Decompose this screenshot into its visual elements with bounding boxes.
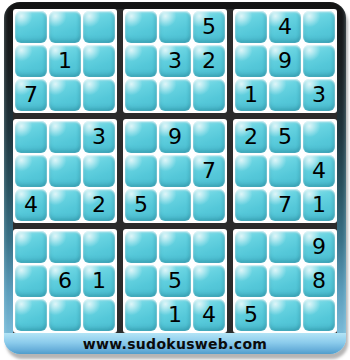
sudoku-cell[interactable] (49, 121, 81, 153)
sudoku-cell[interactable] (269, 155, 301, 187)
sudoku-box: 4913 (233, 9, 337, 113)
sudoku-cell[interactable] (125, 121, 157, 153)
sudoku-cell[interactable] (125, 265, 157, 297)
sudoku-cell[interactable]: 7 (269, 189, 301, 221)
sudoku-cell[interactable]: 3 (159, 45, 191, 77)
footer-bar: www.sudokusweb.com (4, 333, 346, 354)
sudoku-cell[interactable] (15, 155, 47, 187)
sudoku-cell[interactable]: 9 (159, 121, 191, 153)
sudoku-cell[interactable] (49, 189, 81, 221)
sudoku-cell[interactable]: 1 (83, 265, 115, 297)
sudoku-cell[interactable] (193, 79, 225, 111)
sudoku-cell[interactable] (15, 299, 47, 331)
sudoku-cell[interactable] (269, 79, 301, 111)
sudoku-cell[interactable]: 9 (303, 231, 335, 263)
sudoku-board: 1753249133429752547161514985 (13, 9, 337, 333)
sudoku-cell[interactable]: 4 (269, 11, 301, 43)
sudoku-cell[interactable] (235, 45, 267, 77)
sudoku-cell[interactable]: 3 (83, 121, 115, 153)
sudoku-cell[interactable] (303, 121, 335, 153)
sudoku-cell[interactable] (235, 189, 267, 221)
sudoku-cell[interactable]: 4 (193, 299, 225, 331)
sudoku-cell[interactable] (125, 155, 157, 187)
sudoku-cell[interactable] (159, 11, 191, 43)
sudoku-cell[interactable] (49, 79, 81, 111)
sudoku-cell[interactable] (303, 11, 335, 43)
sudoku-cell[interactable]: 2 (193, 45, 225, 77)
sudoku-cell[interactable] (159, 189, 191, 221)
sudoku-cell[interactable] (49, 299, 81, 331)
sudoku-cell[interactable] (83, 155, 115, 187)
sudoku-cell[interactable]: 1 (235, 79, 267, 111)
sudoku-box: 975 (123, 119, 227, 223)
sudoku-cell[interactable] (193, 231, 225, 263)
sudoku-cell[interactable] (193, 189, 225, 221)
sudoku-cell[interactable]: 7 (193, 155, 225, 187)
sudoku-cell[interactable]: 9 (269, 45, 301, 77)
sudoku-cell[interactable] (193, 121, 225, 153)
sudoku-cell[interactable] (125, 231, 157, 263)
sudoku-cell[interactable]: 1 (159, 299, 191, 331)
sudoku-cell[interactable] (159, 231, 191, 263)
sudoku-cell[interactable] (235, 155, 267, 187)
sudoku-cell[interactable]: 5 (269, 121, 301, 153)
sudoku-cell[interactable]: 1 (49, 45, 81, 77)
sudoku-cell[interactable] (235, 231, 267, 263)
board-frame: 1753249133429752547161514985 www.sudokus… (4, 2, 346, 354)
sudoku-cell[interactable] (15, 45, 47, 77)
sudoku-cell[interactable] (83, 79, 115, 111)
sudoku-cell[interactable]: 4 (15, 189, 47, 221)
sudoku-cell[interactable] (83, 299, 115, 331)
sudoku-cell[interactable]: 4 (303, 155, 335, 187)
website-link[interactable]: www.sudokusweb.com (83, 336, 267, 352)
sudoku-box: 985 (233, 229, 337, 333)
sudoku-cell[interactable] (193, 265, 225, 297)
sudoku-cell[interactable] (235, 265, 267, 297)
sudoku-cell[interactable] (159, 79, 191, 111)
sudoku-cell[interactable] (49, 155, 81, 187)
sudoku-cell[interactable] (15, 265, 47, 297)
sudoku-cell[interactable]: 3 (303, 79, 335, 111)
sudoku-cell[interactable]: 5 (235, 299, 267, 331)
sudoku-cell[interactable]: 8 (303, 265, 335, 297)
sudoku-cell[interactable]: 7 (15, 79, 47, 111)
sudoku-cell[interactable]: 5 (159, 265, 191, 297)
sudoku-cell[interactable] (83, 11, 115, 43)
sudoku-box: 17 (13, 9, 117, 113)
sudoku-cell[interactable] (83, 231, 115, 263)
sudoku-cell[interactable] (49, 231, 81, 263)
sudoku-cell[interactable] (303, 45, 335, 77)
sudoku-box: 342 (13, 119, 117, 223)
sudoku-cell[interactable] (125, 45, 157, 77)
sudoku-cell[interactable]: 2 (83, 189, 115, 221)
sudoku-cell[interactable] (269, 299, 301, 331)
sudoku-cell[interactable] (159, 155, 191, 187)
sudoku-cell[interactable] (269, 231, 301, 263)
sudoku-cell[interactable] (83, 45, 115, 77)
sudoku-cell[interactable]: 1 (303, 189, 335, 221)
sudoku-cell[interactable] (125, 79, 157, 111)
sudoku-cell[interactable] (125, 11, 157, 43)
sudoku-cell[interactable] (15, 11, 47, 43)
sudoku-cell[interactable] (15, 231, 47, 263)
sudoku-box: 61 (13, 229, 117, 333)
sudoku-cell[interactable]: 5 (193, 11, 225, 43)
sudoku-box: 25471 (233, 119, 337, 223)
sudoku-cell[interactable] (269, 265, 301, 297)
sudoku-cell[interactable] (125, 299, 157, 331)
sudoku-cell[interactable] (235, 11, 267, 43)
sudoku-cell[interactable]: 6 (49, 265, 81, 297)
sudoku-cell[interactable] (49, 11, 81, 43)
sudoku-cell[interactable] (15, 121, 47, 153)
sudoku-cell[interactable]: 2 (235, 121, 267, 153)
sudoku-cell[interactable] (303, 299, 335, 331)
sudoku-box: 532 (123, 9, 227, 113)
sudoku-box: 514 (123, 229, 227, 333)
sudoku-cell[interactable]: 5 (125, 189, 157, 221)
